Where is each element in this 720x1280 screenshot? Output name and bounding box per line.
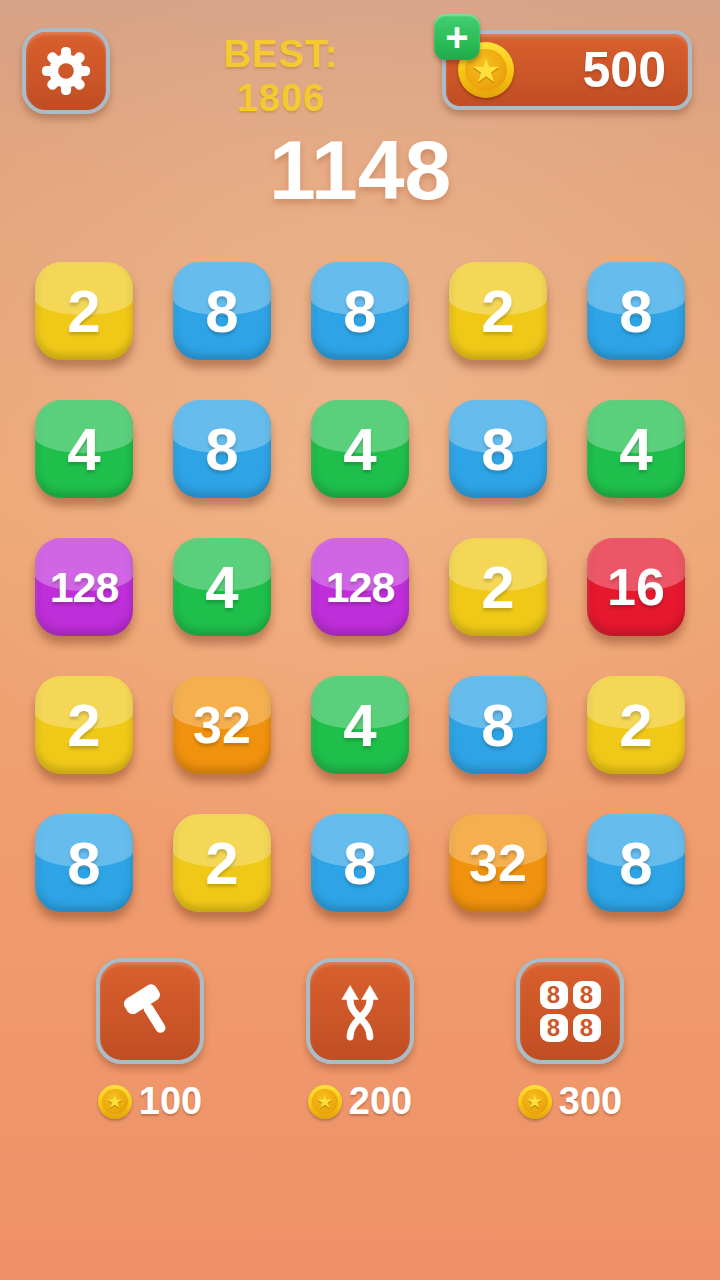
- tile-value: 8: [481, 415, 514, 484]
- coin-balance: 500: [514, 41, 688, 99]
- tile-r4c3[interactable]: 4: [311, 676, 409, 774]
- tile-value: 8: [67, 829, 100, 898]
- tile-value: 32: [469, 833, 527, 893]
- best-value: 1806: [176, 76, 386, 120]
- hammer-cost: ★ 100: [98, 1080, 202, 1123]
- tile-r3c2[interactable]: 4: [173, 538, 271, 636]
- tile-value: 8: [205, 415, 238, 484]
- coin-icon: ★: [308, 1085, 342, 1119]
- coin-icon: ★: [98, 1085, 132, 1119]
- coin-icon: ★: [518, 1085, 552, 1119]
- tile-r1c2[interactable]: 8: [173, 262, 271, 360]
- tile-value: 4: [619, 415, 652, 484]
- tile-value: 4: [343, 415, 376, 484]
- tile-value: 8: [619, 829, 652, 898]
- tile-value: 4: [67, 415, 100, 484]
- hammer-icon: [119, 980, 181, 1042]
- best-label: BEST:: [176, 32, 386, 76]
- tile-value: 2: [205, 829, 238, 898]
- tile-value: 8: [205, 277, 238, 346]
- tile-r4c2[interactable]: 32: [173, 676, 271, 774]
- tile-value: 2: [481, 553, 514, 622]
- powerup-bar: ★ 100 ★ 200: [0, 958, 720, 1123]
- tile-value: 8: [343, 829, 376, 898]
- hammer-button[interactable]: [96, 958, 204, 1064]
- tile-value: 8: [619, 277, 652, 346]
- tile-value: 2: [67, 691, 100, 760]
- add-tiles-cost-value: 300: [559, 1080, 622, 1123]
- current-score: 1148: [0, 128, 720, 212]
- hammer-cost-value: 100: [139, 1080, 202, 1123]
- tile-r2c4[interactable]: 8: [449, 400, 547, 498]
- game-screen: BEST: 1806 + ★ 500 1148 2882848484128412…: [0, 0, 720, 1280]
- tile-r1c5[interactable]: 8: [587, 262, 685, 360]
- mini-tile: 8: [573, 981, 601, 1009]
- tile-r3c3[interactable]: 128: [311, 538, 409, 636]
- tile-r2c5[interactable]: 4: [587, 400, 685, 498]
- shuffle-button[interactable]: [306, 958, 414, 1064]
- tile-value: 16: [607, 557, 665, 617]
- tile-r5c1[interactable]: 8: [35, 814, 133, 912]
- mini-tile: 8: [540, 981, 568, 1009]
- best-score: BEST: 1806: [176, 32, 386, 120]
- add-tiles-cost: ★ 300: [518, 1080, 622, 1123]
- tile-r3c5[interactable]: 16: [587, 538, 685, 636]
- shuffle-cost-value: 200: [349, 1080, 412, 1123]
- settings-button[interactable]: [22, 28, 110, 114]
- tile-value: 32: [193, 695, 251, 755]
- tile-value: 2: [67, 277, 100, 346]
- add-tiles-button[interactable]: 8 8 8 8: [516, 958, 624, 1064]
- tile-r5c2[interactable]: 2: [173, 814, 271, 912]
- tile-r1c3[interactable]: 8: [311, 262, 409, 360]
- tile-r4c4[interactable]: 8: [449, 676, 547, 774]
- star-icon: ★: [316, 1092, 333, 1111]
- star-icon: ★: [526, 1092, 543, 1111]
- tile-value: 4: [205, 553, 238, 622]
- powerup-hammer: ★ 100: [75, 958, 225, 1123]
- tile-r4c1[interactable]: 2: [35, 676, 133, 774]
- tile-r2c2[interactable]: 8: [173, 400, 271, 498]
- tile-r5c3[interactable]: 8: [311, 814, 409, 912]
- tile-r1c4[interactable]: 2: [449, 262, 547, 360]
- shuffle-cost: ★ 200: [308, 1080, 412, 1123]
- tile-r5c4[interactable]: 32: [449, 814, 547, 912]
- tile-r4c5[interactable]: 2: [587, 676, 685, 774]
- powerup-shuffle: ★ 200: [285, 958, 435, 1123]
- tile-r2c1[interactable]: 4: [35, 400, 133, 498]
- tile-value: 2: [619, 691, 652, 760]
- mini-tile: 8: [573, 1014, 601, 1042]
- add-coins-button[interactable]: +: [434, 14, 480, 60]
- star-icon: ★: [471, 53, 501, 87]
- tile-r2c3[interactable]: 4: [311, 400, 409, 498]
- tile-value: 4: [343, 691, 376, 760]
- mini-tile: 8: [540, 1014, 568, 1042]
- tile-grid: 28828484841284128216232482828328: [35, 262, 685, 912]
- shuffle-icon: [329, 980, 391, 1042]
- tile-value: 8: [481, 691, 514, 760]
- tile-r3c4[interactable]: 2: [449, 538, 547, 636]
- tile-value: 8: [343, 277, 376, 346]
- coin-panel[interactable]: + ★ 500: [442, 30, 692, 110]
- plus-icon: +: [445, 17, 468, 57]
- star-icon: ★: [106, 1092, 123, 1111]
- tile-value: 2: [481, 277, 514, 346]
- gear-icon: [38, 43, 94, 99]
- tiles-pack-icon: 8 8 8 8: [540, 981, 601, 1042]
- tile-r1c1[interactable]: 2: [35, 262, 133, 360]
- tile-value: 128: [50, 563, 119, 612]
- tile-value: 128: [326, 563, 395, 612]
- tile-r5c5[interactable]: 8: [587, 814, 685, 912]
- tile-r3c1[interactable]: 128: [35, 538, 133, 636]
- powerup-add-tiles: 8 8 8 8 ★ 300: [495, 958, 645, 1123]
